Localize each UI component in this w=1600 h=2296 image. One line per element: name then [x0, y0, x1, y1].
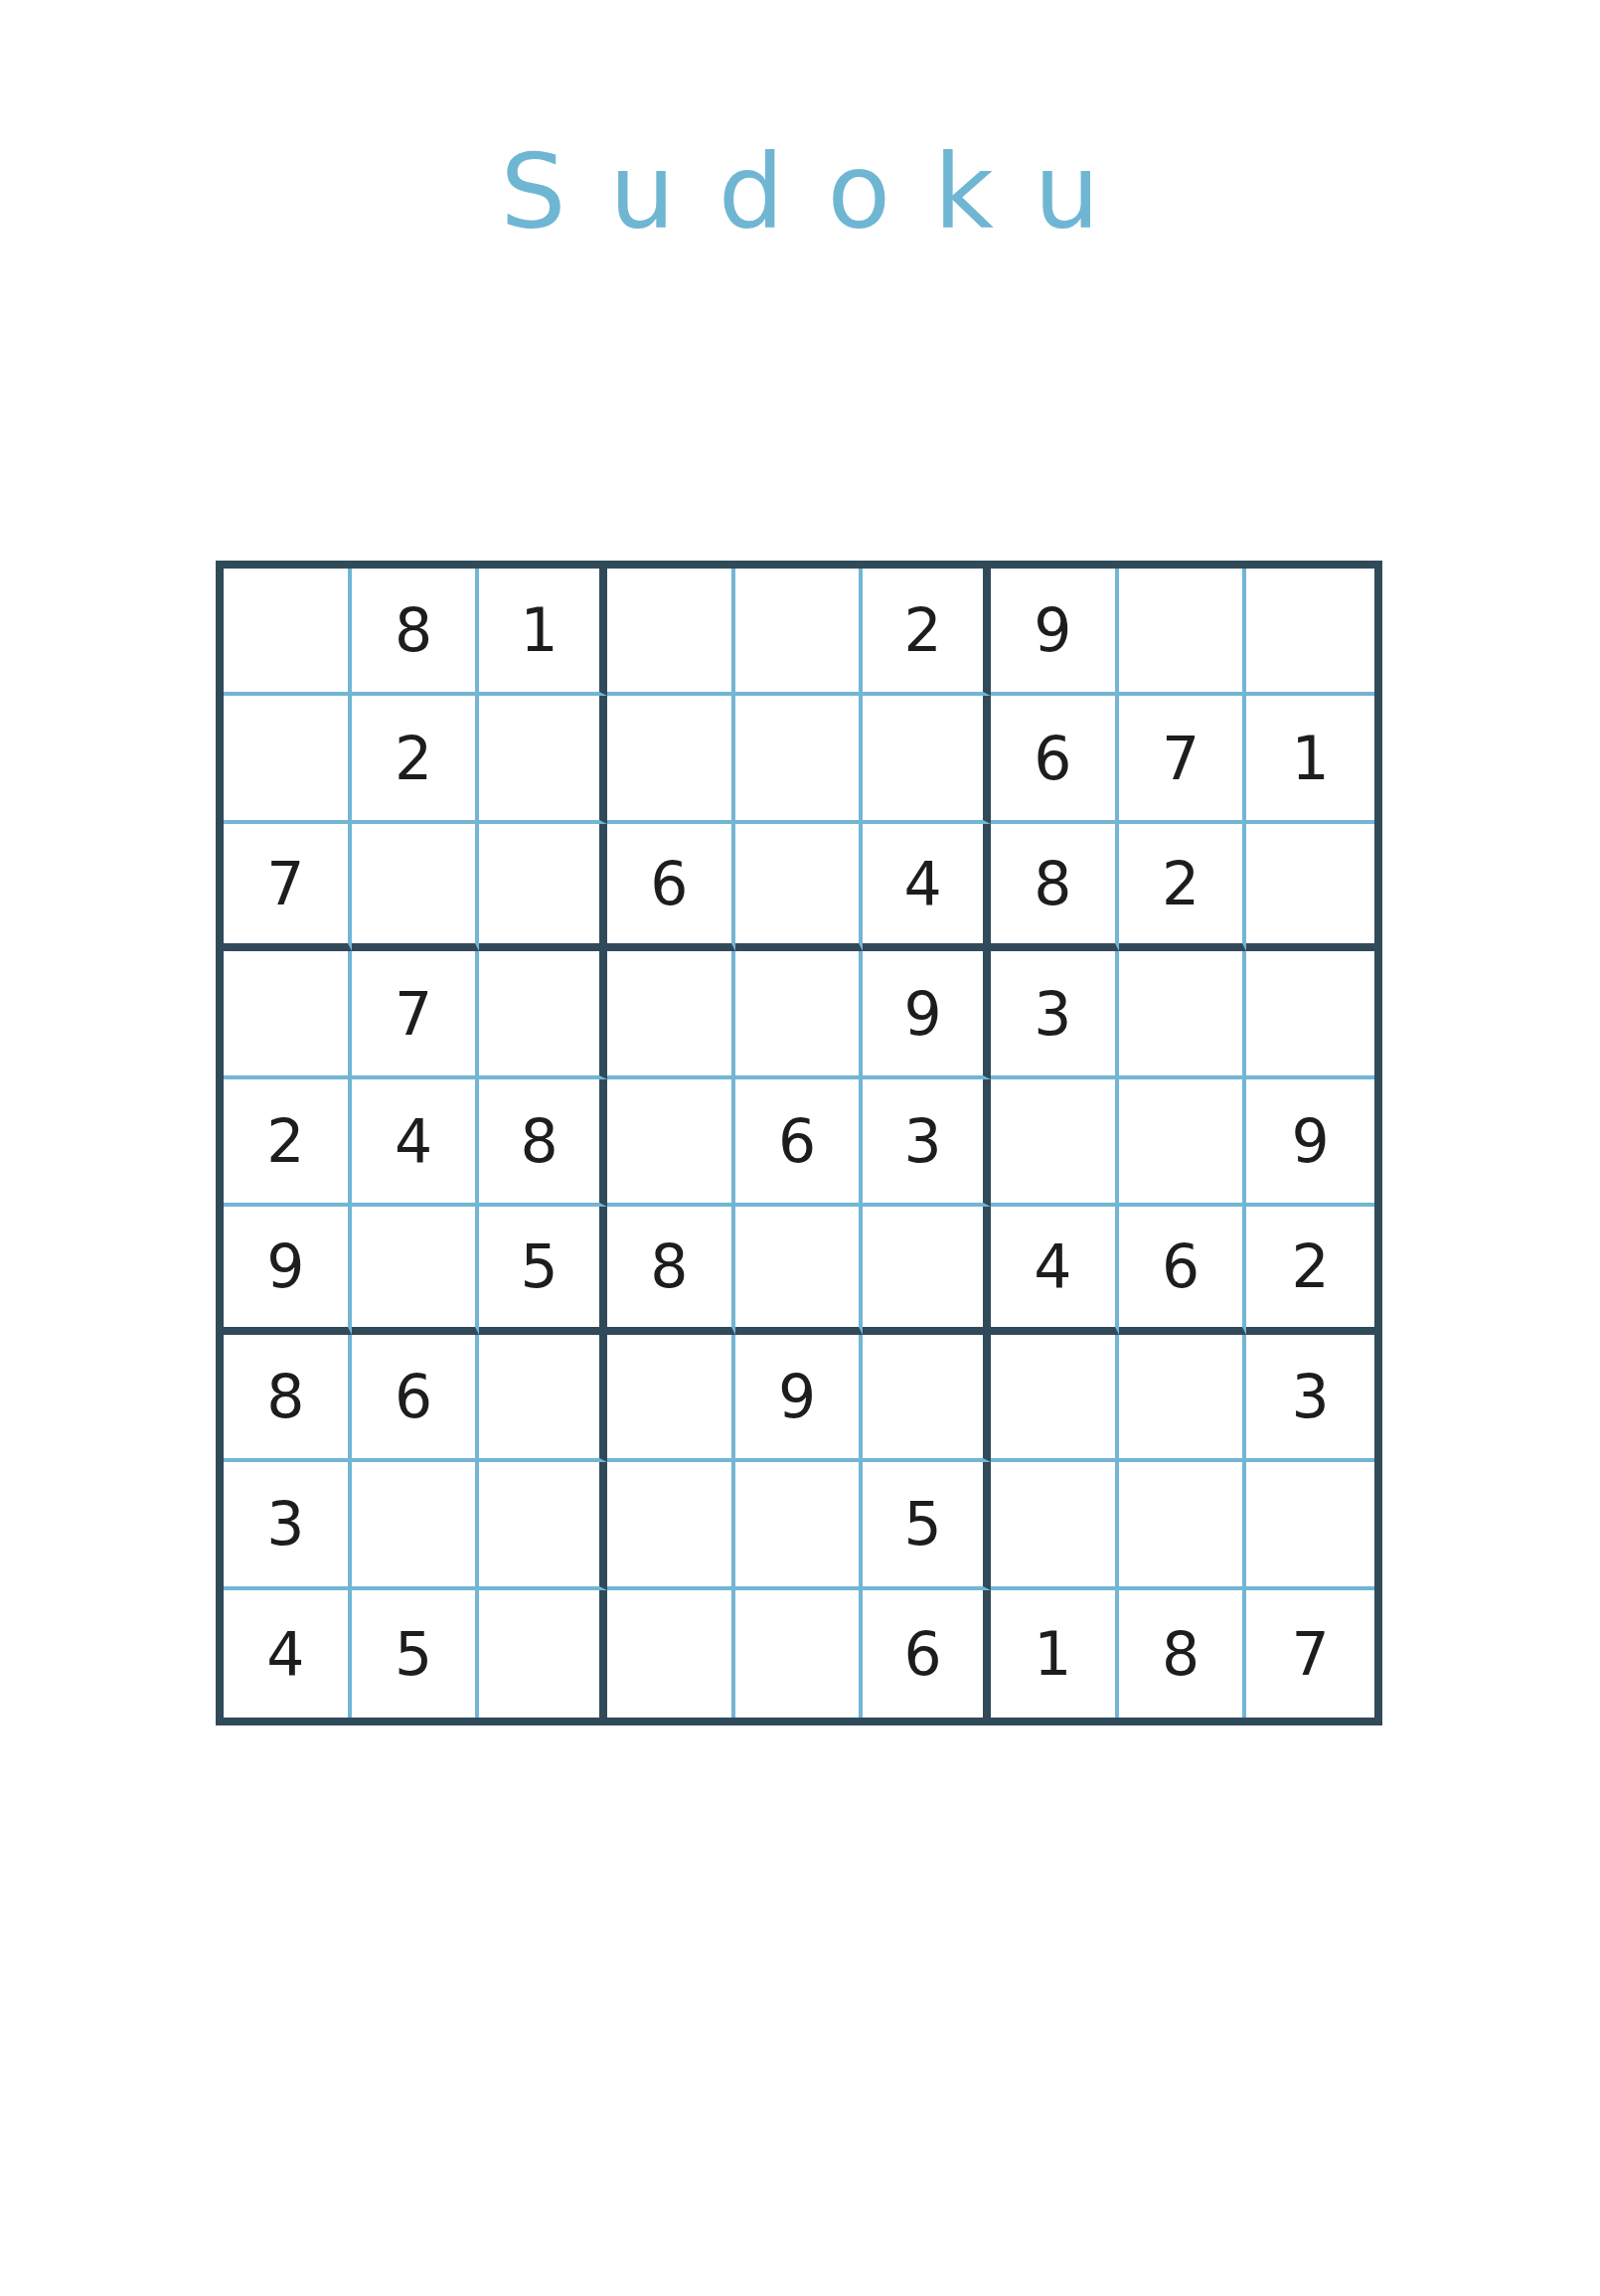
cell-r4c1[interactable] [224, 951, 352, 1078]
cell-r1c4[interactable] [607, 569, 735, 696]
cell-r7c6[interactable] [863, 1335, 991, 1462]
cell-r9c7[interactable]: 1 [991, 1590, 1119, 1718]
cell-r3c3[interactable] [479, 824, 607, 951]
cell-r2c5[interactable] [735, 696, 864, 823]
cell-r6c6[interactable] [863, 1207, 991, 1334]
cell-r8c2[interactable] [352, 1462, 480, 1589]
cell-r3c9[interactable] [1246, 824, 1374, 951]
cell-r7c1[interactable]: 8 [224, 1335, 352, 1462]
cell-r2c8[interactable]: 7 [1119, 696, 1247, 823]
cell-r9c4[interactable] [607, 1590, 735, 1718]
cell-r9c1[interactable]: 4 [224, 1590, 352, 1718]
cell-r6c9[interactable]: 2 [1246, 1207, 1374, 1334]
cell-r8c4[interactable] [607, 1462, 735, 1589]
cell-r5c3[interactable]: 8 [479, 1079, 607, 1207]
cell-r5c2[interactable]: 4 [352, 1079, 480, 1207]
cell-r7c7[interactable] [991, 1335, 1119, 1462]
cell-r6c7[interactable]: 4 [991, 1207, 1119, 1334]
cell-r7c5[interactable]: 9 [735, 1335, 864, 1462]
cell-r5c7[interactable] [991, 1079, 1119, 1207]
cell-r9c5[interactable] [735, 1590, 864, 1718]
cell-r2c7[interactable]: 6 [991, 696, 1119, 823]
cell-r3c4[interactable]: 6 [607, 824, 735, 951]
cell-r5c5[interactable]: 6 [735, 1079, 864, 1207]
cell-r6c5[interactable] [735, 1207, 864, 1334]
cell-r1c7[interactable]: 9 [991, 569, 1119, 696]
cell-r3c1[interactable]: 7 [224, 824, 352, 951]
cell-r5c9[interactable]: 9 [1246, 1079, 1374, 1207]
cell-r6c4[interactable]: 8 [607, 1207, 735, 1334]
cell-r7c4[interactable] [607, 1335, 735, 1462]
cell-r7c8[interactable] [1119, 1335, 1247, 1462]
cell-r7c3[interactable] [479, 1335, 607, 1462]
cell-r1c9[interactable] [1246, 569, 1374, 696]
cell-r4c5[interactable] [735, 951, 864, 1078]
cell-r4c9[interactable] [1246, 951, 1374, 1078]
cell-r3c5[interactable] [735, 824, 864, 951]
cell-r2c3[interactable] [479, 696, 607, 823]
cell-r1c6[interactable]: 2 [863, 569, 991, 696]
cell-r1c2[interactable]: 8 [352, 569, 480, 696]
cell-r5c6[interactable]: 3 [863, 1079, 991, 1207]
cell-r8c5[interactable] [735, 1462, 864, 1589]
cell-r7c2[interactable]: 6 [352, 1335, 480, 1462]
cell-r1c5[interactable] [735, 569, 864, 696]
cell-r5c4[interactable] [607, 1079, 735, 1207]
cell-r4c4[interactable] [607, 951, 735, 1078]
cell-r4c7[interactable]: 3 [991, 951, 1119, 1078]
cell-r9c6[interactable]: 6 [863, 1590, 991, 1718]
cell-r1c3[interactable]: 1 [479, 569, 607, 696]
cell-r6c3[interactable]: 5 [479, 1207, 607, 1334]
cell-r2c6[interactable] [863, 696, 991, 823]
cell-r3c6[interactable]: 4 [863, 824, 991, 951]
cell-r1c8[interactable] [1119, 569, 1247, 696]
cell-r4c8[interactable] [1119, 951, 1247, 1078]
cell-r3c2[interactable] [352, 824, 480, 951]
cell-r1c1[interactable] [224, 569, 352, 696]
cell-r2c1[interactable] [224, 696, 352, 823]
cell-r5c1[interactable]: 2 [224, 1079, 352, 1207]
cell-r8c1[interactable]: 3 [224, 1462, 352, 1589]
cell-r2c2[interactable]: 2 [352, 696, 480, 823]
cell-r8c3[interactable] [479, 1462, 607, 1589]
cell-r6c2[interactable] [352, 1207, 480, 1334]
cell-r6c1[interactable]: 9 [224, 1207, 352, 1334]
cell-r3c8[interactable]: 2 [1119, 824, 1247, 951]
cell-r2c9[interactable]: 1 [1246, 696, 1374, 823]
cell-r8c6[interactable]: 5 [863, 1462, 991, 1589]
cell-r4c2[interactable]: 7 [352, 951, 480, 1078]
cell-r8c7[interactable] [991, 1462, 1119, 1589]
cell-r2c4[interactable] [607, 696, 735, 823]
cell-r8c8[interactable] [1119, 1462, 1247, 1589]
sudoku-board: 8129267176482793248639958462869335456187 [216, 561, 1382, 1725]
cell-r9c2[interactable]: 5 [352, 1590, 480, 1718]
cell-r4c6[interactable]: 9 [863, 951, 991, 1078]
cell-r5c8[interactable] [1119, 1079, 1247, 1207]
cell-r9c9[interactable]: 7 [1246, 1590, 1374, 1718]
cell-r3c7[interactable]: 8 [991, 824, 1119, 951]
page-title: Sudoku [0, 131, 1600, 252]
cell-r9c3[interactable] [479, 1590, 607, 1718]
cell-r7c9[interactable]: 3 [1246, 1335, 1374, 1462]
cell-r9c8[interactable]: 8 [1119, 1590, 1247, 1718]
cell-r4c3[interactable] [479, 951, 607, 1078]
cell-r6c8[interactable]: 6 [1119, 1207, 1247, 1334]
cell-r8c9[interactable] [1246, 1462, 1374, 1589]
